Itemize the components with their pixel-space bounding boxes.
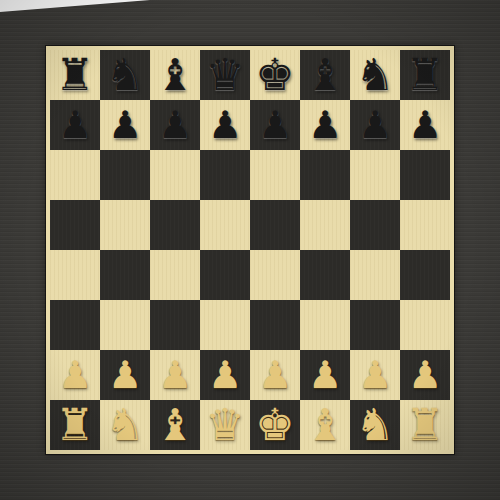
piece-white-queen[interactable]: ♛ xyxy=(205,400,244,450)
square-a1[interactable]: ♜ xyxy=(50,400,100,450)
piece-black-pawn[interactable]: ♟ xyxy=(208,100,242,150)
square-f3[interactable] xyxy=(300,300,350,350)
square-g4[interactable] xyxy=(350,250,400,300)
square-h2[interactable]: ♟ xyxy=(400,350,450,400)
square-g5[interactable] xyxy=(350,200,400,250)
piece-white-knight[interactable]: ♞ xyxy=(105,400,144,450)
square-h7[interactable]: ♟ xyxy=(400,100,450,150)
square-a2[interactable]: ♟ xyxy=(50,350,100,400)
square-b2[interactable]: ♟ xyxy=(100,350,150,400)
square-h8[interactable]: ♜ xyxy=(400,50,450,100)
square-a7[interactable]: ♟ xyxy=(50,100,100,150)
square-c5[interactable] xyxy=(150,200,200,250)
square-h4[interactable] xyxy=(400,250,450,300)
square-d4[interactable] xyxy=(200,250,250,300)
square-c4[interactable] xyxy=(150,250,200,300)
square-b6[interactable] xyxy=(100,150,150,200)
piece-white-pawn[interactable]: ♟ xyxy=(258,350,292,400)
square-e3[interactable] xyxy=(250,300,300,350)
square-b7[interactable]: ♟ xyxy=(100,100,150,150)
square-f5[interactable] xyxy=(300,200,350,250)
square-h1[interactable]: ♜ xyxy=(400,400,450,450)
piece-black-rook[interactable]: ♜ xyxy=(55,50,94,100)
square-h6[interactable] xyxy=(400,150,450,200)
square-c6[interactable] xyxy=(150,150,200,200)
square-g6[interactable] xyxy=(350,150,400,200)
square-h5[interactable] xyxy=(400,200,450,250)
piece-black-pawn[interactable]: ♟ xyxy=(258,100,292,150)
square-b8[interactable]: ♞ xyxy=(100,50,150,100)
piece-white-pawn[interactable]: ♟ xyxy=(108,350,142,400)
square-f7[interactable]: ♟ xyxy=(300,100,350,150)
chess-board: ♜♞♝♛♚♝♞♜♟♟♟♟♟♟♟♟♟♟♟♟♟♟♟♟♜♞♝♛♚♝♞♜ xyxy=(50,50,450,450)
square-b3[interactable] xyxy=(100,300,150,350)
piece-black-king[interactable]: ♚ xyxy=(255,50,294,100)
piece-white-bishop[interactable]: ♝ xyxy=(305,400,344,450)
piece-black-queen[interactable]: ♛ xyxy=(205,50,244,100)
square-f1[interactable]: ♝ xyxy=(300,400,350,450)
square-c1[interactable]: ♝ xyxy=(150,400,200,450)
square-a6[interactable] xyxy=(50,150,100,200)
square-b1[interactable]: ♞ xyxy=(100,400,150,450)
square-e8[interactable]: ♚ xyxy=(250,50,300,100)
square-d6[interactable] xyxy=(200,150,250,200)
square-b5[interactable] xyxy=(100,200,150,250)
square-d2[interactable]: ♟ xyxy=(200,350,250,400)
piece-black-bishop[interactable]: ♝ xyxy=(305,50,344,100)
square-c3[interactable] xyxy=(150,300,200,350)
piece-white-king[interactable]: ♚ xyxy=(255,400,294,450)
square-b4[interactable] xyxy=(100,250,150,300)
piece-black-pawn[interactable]: ♟ xyxy=(108,100,142,150)
piece-black-rook[interactable]: ♜ xyxy=(405,50,444,100)
square-a8[interactable]: ♜ xyxy=(50,50,100,100)
square-e2[interactable]: ♟ xyxy=(250,350,300,400)
square-d1[interactable]: ♛ xyxy=(200,400,250,450)
piece-white-pawn[interactable]: ♟ xyxy=(158,350,192,400)
square-d5[interactable] xyxy=(200,200,250,250)
square-a5[interactable] xyxy=(50,200,100,250)
square-e6[interactable] xyxy=(250,150,300,200)
square-f4[interactable] xyxy=(300,250,350,300)
piece-black-pawn[interactable]: ♟ xyxy=(158,100,192,150)
square-f2[interactable]: ♟ xyxy=(300,350,350,400)
piece-black-pawn[interactable]: ♟ xyxy=(408,100,442,150)
square-e4[interactable] xyxy=(250,250,300,300)
square-g3[interactable] xyxy=(350,300,400,350)
square-f8[interactable]: ♝ xyxy=(300,50,350,100)
piece-white-pawn[interactable]: ♟ xyxy=(208,350,242,400)
piece-white-pawn[interactable]: ♟ xyxy=(58,350,92,400)
square-e5[interactable] xyxy=(250,200,300,250)
piece-white-pawn[interactable]: ♟ xyxy=(308,350,342,400)
piece-black-knight[interactable]: ♞ xyxy=(105,50,144,100)
square-a4[interactable] xyxy=(50,250,100,300)
square-g2[interactable]: ♟ xyxy=(350,350,400,400)
square-a3[interactable] xyxy=(50,300,100,350)
piece-black-pawn[interactable]: ♟ xyxy=(308,100,342,150)
piece-black-knight[interactable]: ♞ xyxy=(355,50,394,100)
piece-white-knight[interactable]: ♞ xyxy=(355,400,394,450)
piece-white-rook[interactable]: ♜ xyxy=(405,400,444,450)
piece-black-pawn[interactable]: ♟ xyxy=(358,100,392,150)
square-g7[interactable]: ♟ xyxy=(350,100,400,150)
square-h3[interactable] xyxy=(400,300,450,350)
square-d3[interactable] xyxy=(200,300,250,350)
piece-black-bishop[interactable]: ♝ xyxy=(155,50,194,100)
square-c7[interactable]: ♟ xyxy=(150,100,200,150)
square-g8[interactable]: ♞ xyxy=(350,50,400,100)
playing-surface: ♜♞♝♛♚♝♞♜♟♟♟♟♟♟♟♟♟♟♟♟♟♟♟♟♜♞♝♛♚♝♞♜ xyxy=(46,46,454,454)
square-e7[interactable]: ♟ xyxy=(250,100,300,150)
board-photo: ♜♞♝♛♚♝♞♜♟♟♟♟♟♟♟♟♟♟♟♟♟♟♟♟♜♞♝♛♚♝♞♜ xyxy=(0,0,500,500)
piece-white-bishop[interactable]: ♝ xyxy=(155,400,194,450)
square-e1[interactable]: ♚ xyxy=(250,400,300,450)
piece-white-pawn[interactable]: ♟ xyxy=(408,350,442,400)
piece-white-rook[interactable]: ♜ xyxy=(55,400,94,450)
square-d8[interactable]: ♛ xyxy=(200,50,250,100)
square-f6[interactable] xyxy=(300,150,350,200)
piece-white-pawn[interactable]: ♟ xyxy=(358,350,392,400)
square-d7[interactable]: ♟ xyxy=(200,100,250,150)
square-c8[interactable]: ♝ xyxy=(150,50,200,100)
square-g1[interactable]: ♞ xyxy=(350,400,400,450)
piece-black-pawn[interactable]: ♟ xyxy=(58,100,92,150)
square-c2[interactable]: ♟ xyxy=(150,350,200,400)
